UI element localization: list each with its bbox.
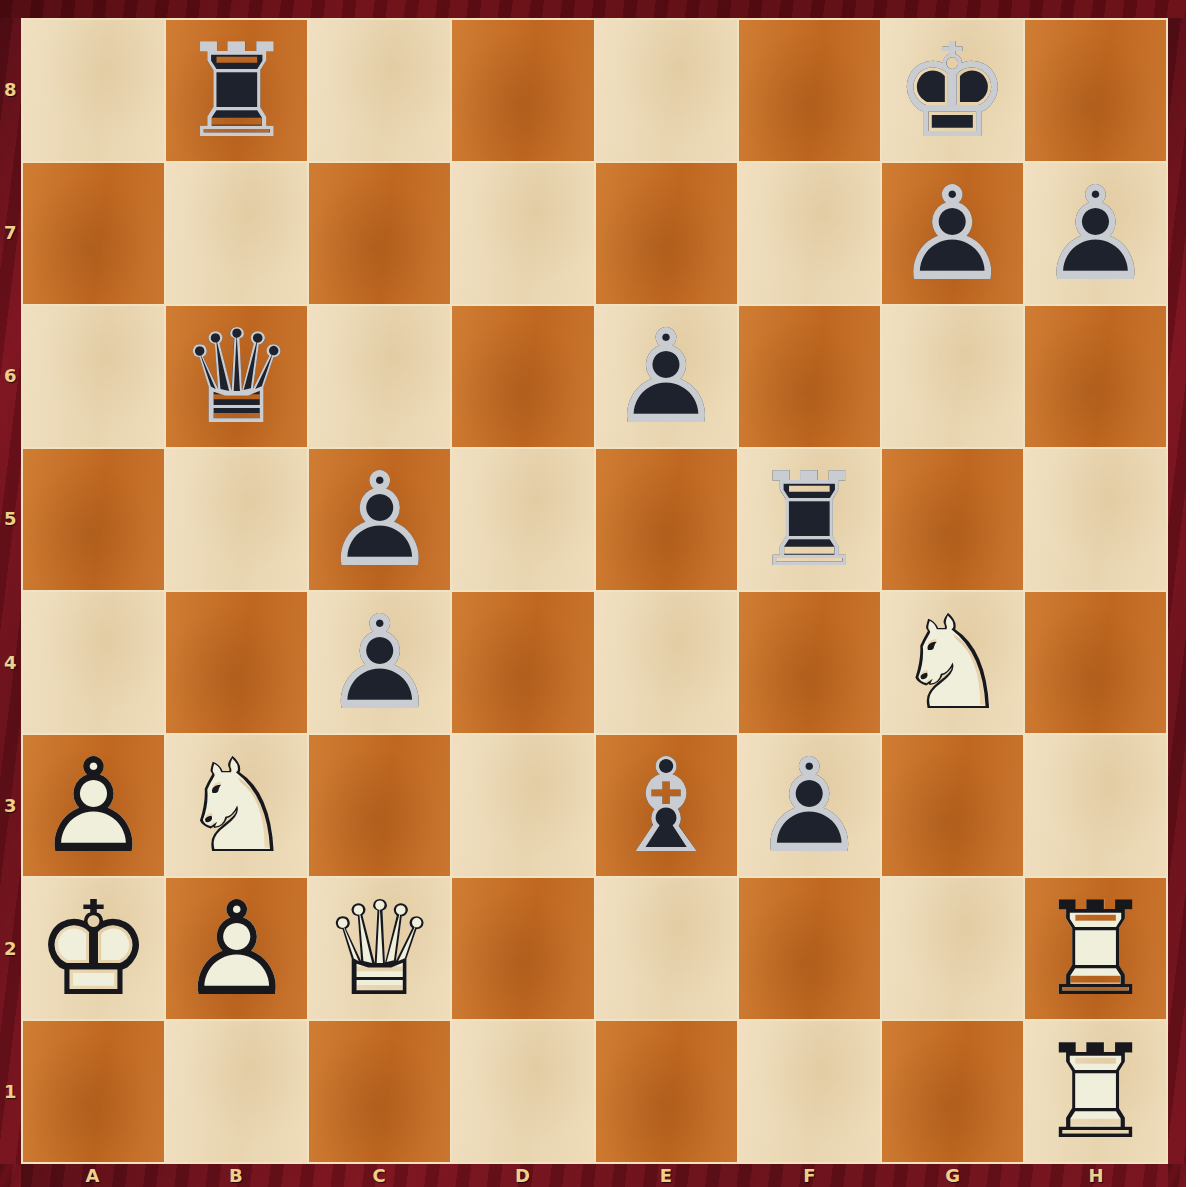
square-d3[interactable] (452, 735, 593, 876)
white-king-a2[interactable]: ♚♔ (23, 878, 164, 1019)
square-b8[interactable]: ♜♖ (166, 20, 307, 161)
square-e7[interactable] (596, 163, 737, 304)
rank-label-cell-5: 5 (0, 448, 21, 591)
king-outline-icon: ♔ (882, 20, 1023, 161)
square-b4[interactable] (166, 592, 307, 733)
square-e5[interactable] (596, 449, 737, 590)
rank-label-6: 6 (4, 367, 17, 385)
square-h2[interactable]: ♜♖ (1025, 878, 1166, 1019)
rook-outline-icon: ♖ (739, 449, 880, 590)
rank-label-7: 7 (4, 224, 17, 242)
rank-label-2: 2 (4, 940, 17, 958)
file-label-cell-a: A (21, 1164, 164, 1187)
file-label-g: G (945, 1167, 960, 1185)
file-label-c: C (373, 1167, 387, 1185)
knight-outline-icon: ♘ (166, 735, 307, 876)
square-c4[interactable]: ♟♙ (309, 592, 450, 733)
black-pawn-g7[interactable]: ♟♙ (882, 163, 1023, 304)
rank-label-3: 3 (4, 797, 17, 815)
square-f2[interactable] (739, 878, 880, 1019)
square-c8[interactable] (309, 20, 450, 161)
square-e8[interactable] (596, 20, 737, 161)
board-border-bottom-left-corner (0, 1164, 21, 1187)
square-f4[interactable] (739, 592, 880, 733)
square-c3[interactable] (309, 735, 450, 876)
pawn-outline-icon: ♙ (739, 735, 880, 876)
square-g5[interactable] (882, 449, 1023, 590)
rook-outline-icon: ♖ (1025, 1021, 1166, 1162)
square-h8[interactable] (1025, 20, 1166, 161)
square-g2[interactable] (882, 878, 1023, 1019)
queen-outline-icon: ♕ (309, 878, 450, 1019)
black-rook-b8[interactable]: ♜♖ (166, 20, 307, 161)
square-h6[interactable] (1025, 306, 1166, 447)
square-h3[interactable] (1025, 735, 1166, 876)
square-a7[interactable] (23, 163, 164, 304)
file-labels-row: ABCDEFGH (21, 1164, 1168, 1187)
square-g4[interactable]: ♞♘ (882, 592, 1023, 733)
white-knight-g4[interactable]: ♞♘ (882, 592, 1023, 733)
file-label-a: A (85, 1167, 99, 1185)
square-a3[interactable]: ♟♙ (23, 735, 164, 876)
square-f8[interactable] (739, 20, 880, 161)
square-d8[interactable] (452, 20, 593, 161)
black-queen-b6[interactable]: ♛♕ (166, 306, 307, 447)
rank-label-cell-2: 2 (0, 878, 21, 1021)
square-f6[interactable] (739, 306, 880, 447)
white-pawn-a3[interactable]: ♟♙ (23, 735, 164, 876)
square-b6[interactable]: ♛♕ (166, 306, 307, 447)
square-h4[interactable] (1025, 592, 1166, 733)
square-e3[interactable]: ♝♗ (596, 735, 737, 876)
rank-label-cell-7: 7 (0, 161, 21, 304)
pawn-outline-icon: ♙ (596, 306, 737, 447)
board-border-bottom-right-corner (1168, 1164, 1186, 1187)
white-rook-h1[interactable]: ♜♖ (1025, 1021, 1166, 1162)
pawn-outline-icon: ♙ (23, 735, 164, 876)
black-pawn-h7[interactable]: ♟♙ (1025, 163, 1166, 304)
square-c2[interactable]: ♛♕ (309, 878, 450, 1019)
board-border-right (1168, 18, 1186, 1164)
rank-label-8: 8 (4, 81, 17, 99)
square-h7[interactable]: ♟♙ (1025, 163, 1166, 304)
square-g7[interactable]: ♟♙ (882, 163, 1023, 304)
square-c6[interactable] (309, 306, 450, 447)
black-pawn-c4[interactable]: ♟♙ (309, 592, 450, 733)
file-label-e: E (660, 1167, 673, 1185)
pawn-outline-icon: ♙ (166, 878, 307, 1019)
white-knight-b3[interactable]: ♞♘ (166, 735, 307, 876)
square-b1[interactable] (166, 1021, 307, 1162)
square-g1[interactable] (882, 1021, 1023, 1162)
rank-label-cell-4: 4 (0, 591, 21, 734)
rank-label-5: 5 (4, 510, 17, 528)
board-border-top (0, 0, 1186, 18)
square-b7[interactable] (166, 163, 307, 304)
rank-label-cell-3: 3 (0, 734, 21, 877)
square-b2[interactable]: ♟♙ (166, 878, 307, 1019)
square-f5[interactable]: ♜♖ (739, 449, 880, 590)
square-a4[interactable] (23, 592, 164, 733)
rook-outline-icon: ♖ (166, 20, 307, 161)
square-a5[interactable] (23, 449, 164, 590)
rank-label-cell-1: 1 (0, 1021, 21, 1164)
square-a1[interactable] (23, 1021, 164, 1162)
square-f1[interactable] (739, 1021, 880, 1162)
square-b3[interactable]: ♞♘ (166, 735, 307, 876)
king-outline-icon: ♔ (23, 878, 164, 1019)
square-d4[interactable] (452, 592, 593, 733)
file-label-cell-c: C (308, 1164, 451, 1187)
file-label-cell-h: H (1025, 1164, 1168, 1187)
white-queen-c2[interactable]: ♛♕ (309, 878, 450, 1019)
square-c1[interactable] (309, 1021, 450, 1162)
square-h5[interactable] (1025, 449, 1166, 590)
knight-outline-icon: ♘ (882, 592, 1023, 733)
black-pawn-e6[interactable]: ♟♙ (596, 306, 737, 447)
square-c7[interactable] (309, 163, 450, 304)
black-pawn-f3[interactable]: ♟♙ (739, 735, 880, 876)
square-e4[interactable] (596, 592, 737, 733)
square-d2[interactable] (452, 878, 593, 1019)
chess-board: ♜♖♚♔♟♙♟♙♛♕♟♙♟♙♜♖♟♙♞♘♟♙♞♘♝♗♟♙♚♔♟♙♛♕♜♖♜♖ (21, 18, 1168, 1164)
file-label-cell-f: F (738, 1164, 881, 1187)
file-label-cell-g: G (881, 1164, 1024, 1187)
pawn-outline-icon: ♙ (882, 163, 1023, 304)
square-d5[interactable] (452, 449, 593, 590)
queen-outline-icon: ♕ (166, 306, 307, 447)
square-b5[interactable] (166, 449, 307, 590)
square-g6[interactable] (882, 306, 1023, 447)
chess-diagram: 87654321 ♜♖♚♔♟♙♟♙♛♕♟♙♟♙♜♖♟♙♞♘♟♙♞♘♝♗♟♙♚♔♟… (0, 0, 1186, 1187)
square-f3[interactable]: ♟♙ (739, 735, 880, 876)
file-label-cell-e: E (595, 1164, 738, 1187)
file-label-cell-d: D (451, 1164, 594, 1187)
square-f7[interactable] (739, 163, 880, 304)
square-a8[interactable] (23, 20, 164, 161)
white-pawn-b2[interactable]: ♟♙ (166, 878, 307, 1019)
pawn-outline-icon: ♙ (1025, 163, 1166, 304)
square-c5[interactable]: ♟♙ (309, 449, 450, 590)
square-g3[interactable] (882, 735, 1023, 876)
bishop-outline-icon: ♗ (596, 735, 737, 876)
pawn-outline-icon: ♙ (309, 449, 450, 590)
rank-label-1: 1 (4, 1083, 17, 1101)
file-label-cell-b: B (164, 1164, 307, 1187)
file-label-h: H (1089, 1167, 1105, 1185)
white-rook-h2[interactable]: ♜♖ (1025, 878, 1166, 1019)
square-e1[interactable] (596, 1021, 737, 1162)
square-a2[interactable]: ♚♔ (23, 878, 164, 1019)
black-pawn-c5[interactable]: ♟♙ (309, 449, 450, 590)
square-d7[interactable] (452, 163, 593, 304)
black-king-g8[interactable]: ♚♔ (882, 20, 1023, 161)
square-d1[interactable] (452, 1021, 593, 1162)
rook-outline-icon: ♖ (1025, 878, 1166, 1019)
rank-label-4: 4 (4, 654, 17, 672)
file-label-d: D (515, 1167, 530, 1185)
rank-label-cell-8: 8 (0, 18, 21, 161)
black-rook-f5[interactable]: ♜♖ (739, 449, 880, 590)
black-bishop-e3[interactable]: ♝♗ (596, 735, 737, 876)
rank-label-cell-6: 6 (0, 305, 21, 448)
square-h1[interactable]: ♜♖ (1025, 1021, 1166, 1162)
pawn-outline-icon: ♙ (309, 592, 450, 733)
square-e2[interactable] (596, 878, 737, 1019)
rank-labels-column: 87654321 (0, 18, 21, 1164)
file-label-f: F (803, 1167, 816, 1185)
file-label-b: B (229, 1167, 243, 1185)
square-d6[interactable] (452, 306, 593, 447)
square-e6[interactable]: ♟♙ (596, 306, 737, 447)
square-a6[interactable] (23, 306, 164, 447)
square-g8[interactable]: ♚♔ (882, 20, 1023, 161)
